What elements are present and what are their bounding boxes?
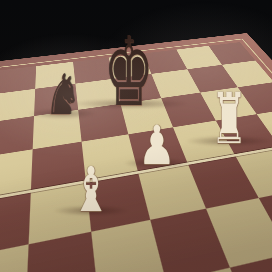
square-b3: [0, 244, 29, 272]
black-knight-glyph: ♞: [45, 67, 81, 123]
white-bishop[interactable]: ♝: [63, 159, 119, 210]
black-king-glyph: ♚: [104, 24, 154, 120]
white-rook[interactable]: ♜: [198, 84, 261, 141]
scene: ♞ ♚ ♟ ♜ ♝: [0, 0, 272, 272]
white-bishop-glyph: ♝: [71, 159, 111, 221]
white-pawn[interactable]: ♟: [133, 119, 181, 163]
black-king[interactable]: ♚: [86, 24, 172, 103]
white-pawn-glyph: ♟: [138, 119, 176, 173]
white-rook-glyph: ♜: [211, 84, 247, 154]
